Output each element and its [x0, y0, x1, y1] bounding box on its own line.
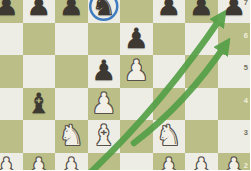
- piece-black-pawn: ♟: [221, 0, 246, 20]
- piece-black-pawn: ♟: [156, 0, 181, 20]
- square-c2[interactable]: ♟: [55, 153, 88, 171]
- square-c3[interactable]: ♞: [55, 120, 88, 153]
- square-f4[interactable]: [153, 88, 186, 121]
- piece-white-pawn: ♟: [26, 155, 51, 170]
- square-f3[interactable]: ♞: [153, 120, 186, 153]
- piece-white-pawn: ♟: [124, 57, 149, 85]
- square-d6[interactable]: [88, 23, 121, 56]
- square-a7[interactable]: ♟: [0, 0, 23, 23]
- square-h5[interactable]: [218, 55, 251, 88]
- square-d5[interactable]: ♟: [88, 55, 121, 88]
- square-d3[interactable]: ♝: [88, 120, 121, 153]
- square-a2[interactable]: ♟: [0, 153, 23, 171]
- square-b5[interactable]: [23, 55, 56, 88]
- piece-white-pawn: ♟: [156, 155, 181, 170]
- square-h6[interactable]: [218, 23, 251, 56]
- square-g5[interactable]: [185, 55, 218, 88]
- square-e3[interactable]: [120, 120, 153, 153]
- square-c5[interactable]: [55, 55, 88, 88]
- square-c4[interactable]: [55, 88, 88, 121]
- square-a5[interactable]: [0, 55, 23, 88]
- square-a3[interactable]: [0, 120, 23, 153]
- chess-board-viewport: ♟♟♟♞♟♟♟♟♟♟♝♟♞♝♞♟♟♟♟♟♟ 765432: [0, 0, 250, 170]
- square-g4[interactable]: [185, 88, 218, 121]
- square-e5[interactable]: ♟: [120, 55, 153, 88]
- piece-white-pawn: ♟: [0, 155, 19, 170]
- square-g2[interactable]: ♟: [185, 153, 218, 171]
- square-e2[interactable]: [120, 153, 153, 171]
- square-d4[interactable]: ♟: [88, 88, 121, 121]
- piece-black-pawn: ♟: [0, 0, 19, 20]
- square-b7[interactable]: ♟: [23, 0, 56, 23]
- square-a4[interactable]: [0, 88, 23, 121]
- square-e6[interactable]: ♟: [120, 23, 153, 56]
- square-b6[interactable]: [23, 23, 56, 56]
- square-b2[interactable]: ♟: [23, 153, 56, 171]
- piece-black-pawn: ♟: [26, 0, 51, 20]
- piece-white-pawn: ♟: [189, 155, 214, 170]
- square-f7[interactable]: ♟: [153, 0, 186, 23]
- square-d7[interactable]: ♞: [88, 0, 121, 23]
- square-a6[interactable]: [0, 23, 23, 56]
- square-g3[interactable]: [185, 120, 218, 153]
- square-h3[interactable]: [218, 120, 251, 153]
- square-g6[interactable]: [185, 23, 218, 56]
- square-c7[interactable]: ♟: [55, 0, 88, 23]
- piece-white-pawn: ♟: [91, 90, 116, 118]
- square-h7[interactable]: ♟: [218, 0, 251, 23]
- piece-black-pawn: ♟: [91, 57, 116, 85]
- square-b4[interactable]: ♝: [23, 88, 56, 121]
- piece-white-knight: ♞: [59, 122, 84, 150]
- piece-white-bishop: ♝: [91, 122, 116, 150]
- piece-white-knight: ♞: [156, 122, 181, 150]
- piece-black-bishop: ♝: [26, 90, 51, 118]
- piece-black-pawn: ♟: [124, 25, 149, 53]
- piece-black-pawn: ♟: [59, 0, 84, 20]
- piece-black-pawn: ♟: [189, 0, 214, 20]
- square-e7[interactable]: [120, 0, 153, 23]
- piece-white-pawn: ♟: [221, 155, 246, 170]
- square-f6[interactable]: [153, 23, 186, 56]
- chess-board[interactable]: ♟♟♟♞♟♟♟♟♟♟♝♟♞♝♞♟♟♟♟♟♟: [0, 0, 250, 170]
- square-f5[interactable]: [153, 55, 186, 88]
- square-g7[interactable]: ♟: [185, 0, 218, 23]
- square-c6[interactable]: [55, 23, 88, 56]
- square-f2[interactable]: ♟: [153, 153, 186, 171]
- square-b3[interactable]: [23, 120, 56, 153]
- square-e4[interactable]: [120, 88, 153, 121]
- square-h2[interactable]: ♟: [218, 153, 251, 171]
- square-h4[interactable]: [218, 88, 251, 121]
- square-d2[interactable]: [88, 153, 121, 171]
- piece-white-pawn: ♟: [59, 155, 84, 170]
- piece-black-knight: ♞: [91, 0, 116, 20]
